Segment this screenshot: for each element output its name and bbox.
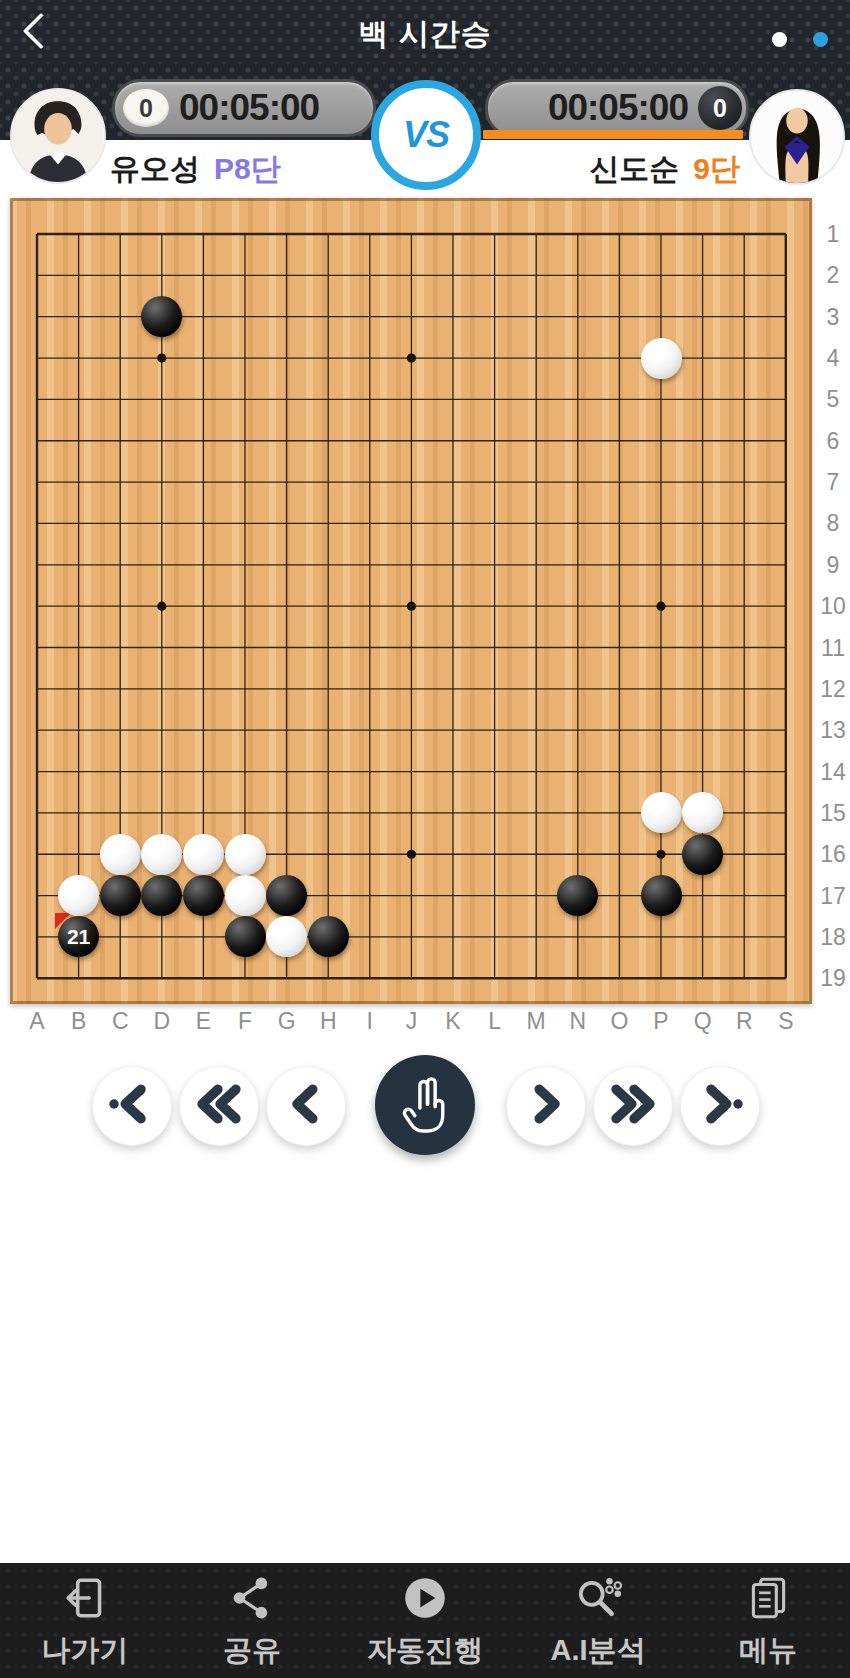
top-bar: 백 시간승 [0, 0, 850, 62]
col-label-B: B [71, 1008, 86, 1035]
row-label-8: 8 [827, 510, 840, 537]
stone-P17-black[interactable] [641, 875, 682, 916]
row-label-17: 17 [820, 882, 846, 909]
fast-backward-button[interactable] [179, 1066, 259, 1146]
bottom-toolbar: 나가기공유자동진행A.I분석메뉴 [0, 1563, 850, 1678]
page-dot-2[interactable] [813, 32, 828, 47]
game-result-title: 백 시간승 [0, 14, 850, 55]
stone-F17-white[interactable] [225, 875, 266, 916]
stone-P15-white[interactable] [641, 792, 682, 833]
chevron-right-icon [519, 1077, 573, 1135]
col-label-M: M [527, 1008, 546, 1035]
autoplay-button[interactable]: 자동진행 [365, 1573, 485, 1671]
left-clock-time: 00:05:00 [179, 87, 319, 129]
right-player-name: 신도순 [589, 149, 679, 190]
star-point-P16 [656, 850, 665, 859]
star-point-P10 [656, 602, 665, 611]
row-label-10: 10 [820, 593, 846, 620]
exit-icon [60, 1573, 110, 1627]
chevron-right-dot-icon [693, 1077, 747, 1135]
go-first-button[interactable] [92, 1066, 172, 1146]
stone-D16-white[interactable] [141, 834, 182, 875]
menu-icon [743, 1573, 793, 1627]
ai-analysis-button[interactable]: A.I분석 [538, 1573, 658, 1671]
left-player-name: 유오성 [110, 149, 200, 190]
col-label-K: K [445, 1008, 460, 1035]
autoplay-button-label: 자동진행 [367, 1631, 483, 1671]
share-button[interactable]: 공유 [192, 1573, 312, 1671]
row-label-13: 13 [820, 717, 846, 744]
go-board[interactable]: 21 [10, 198, 812, 1004]
star-point-J4 [407, 353, 416, 362]
col-label-Q: Q [694, 1008, 712, 1035]
left-player-name-row: 유오성 P8단 [110, 146, 281, 192]
page-indicator [772, 32, 828, 47]
ai-analysis-button-label: A.I분석 [550, 1631, 645, 1671]
stone-H18-black[interactable] [308, 916, 349, 957]
row-label-9: 9 [827, 551, 840, 578]
col-label-F: F [238, 1008, 252, 1035]
share-button-label: 공유 [223, 1631, 281, 1671]
right-clock-time: 00:05:00 [548, 87, 688, 129]
col-label-G: G [278, 1008, 296, 1035]
stone-B17-white[interactable] [58, 875, 99, 916]
row-label-3: 3 [827, 303, 840, 330]
stone-E17-black[interactable] [183, 875, 224, 916]
stone-P4-white[interactable] [641, 338, 682, 379]
stone-B18-black[interactable]: 21 [58, 916, 99, 957]
star-point-J16 [407, 850, 416, 859]
col-label-A: A [29, 1008, 44, 1035]
row-label-2: 2 [827, 262, 840, 289]
right-player-avatar[interactable] [749, 89, 845, 185]
row-label-19: 19 [820, 965, 846, 992]
row-label-12: 12 [820, 675, 846, 702]
col-label-J: J [406, 1008, 418, 1035]
right-player-name-row: 신도순 9단 [589, 146, 740, 192]
stone-G17-black[interactable] [266, 875, 307, 916]
right-player-rank: 9단 [693, 149, 740, 190]
menu-button-label: 메뉴 [739, 1631, 797, 1671]
man-portrait-icon [12, 90, 104, 182]
ai-analysis-icon [573, 1573, 623, 1627]
left-player-rank: P8단 [214, 149, 281, 190]
vs-label: VS [403, 114, 449, 156]
star-point-J10 [407, 602, 416, 611]
place-stone-button[interactable] [375, 1055, 475, 1155]
col-label-H: H [320, 1008, 337, 1035]
col-label-D: D [153, 1008, 170, 1035]
share-icon [227, 1573, 277, 1627]
move-navigation-bar [0, 1040, 850, 1170]
step-backward-button[interactable] [266, 1066, 346, 1146]
col-label-O: O [610, 1008, 628, 1035]
right-captures-badge: 0 [698, 86, 742, 130]
page-dot-1[interactable] [772, 32, 787, 47]
menu-button[interactable]: 메뉴 [708, 1573, 828, 1671]
col-label-S: S [778, 1008, 793, 1035]
stone-E16-white[interactable] [183, 834, 224, 875]
row-label-11: 11 [821, 634, 845, 661]
app-screen: 백 시간승 0 00:05:00 00:05:00 0 VS 유오성 P8단 신… [0, 0, 850, 1678]
autoplay-icon [400, 1573, 450, 1627]
woman-portrait-icon [751, 91, 843, 183]
row-label-4: 4 [827, 345, 840, 372]
hand-two-finger-icon [392, 1070, 458, 1140]
stone-Q16-black[interactable] [682, 834, 723, 875]
row-label-16: 16 [820, 841, 846, 868]
col-label-N: N [569, 1008, 586, 1035]
step-forward-button[interactable] [506, 1066, 586, 1146]
go-last-button[interactable] [680, 1066, 760, 1146]
last-move-number: 21 [58, 916, 99, 957]
col-label-P: P [653, 1008, 668, 1035]
left-player-clock: 0 00:05:00 [112, 79, 376, 137]
stone-C17-black[interactable] [100, 875, 141, 916]
row-label-18: 18 [820, 923, 846, 950]
stone-C16-white[interactable] [100, 834, 141, 875]
chevron-left-icon [279, 1077, 333, 1135]
row-label-5: 5 [827, 386, 840, 413]
left-captures-badge: 0 [123, 89, 169, 127]
col-label-I: I [367, 1008, 373, 1035]
row-label-15: 15 [820, 799, 846, 826]
row-label-7: 7 [827, 469, 840, 496]
chevron-double-right-icon [606, 1077, 660, 1135]
col-label-E: E [196, 1008, 211, 1035]
fast-forward-button[interactable] [593, 1066, 673, 1146]
exit-button-label: 나가기 [42, 1631, 129, 1671]
exit-button[interactable]: 나가기 [25, 1573, 145, 1671]
right-player-clock: 00:05:00 0 [485, 79, 749, 137]
col-label-L: L [488, 1008, 501, 1035]
row-label-6: 6 [827, 427, 840, 454]
row-label-1: 1 [827, 221, 840, 248]
stone-F18-black[interactable] [225, 916, 266, 957]
vs-badge: VS [371, 80, 481, 190]
stone-F16-white[interactable] [225, 834, 266, 875]
chevron-left-dot-icon [105, 1077, 159, 1135]
col-label-C: C [112, 1008, 129, 1035]
star-point-D4 [157, 353, 166, 362]
star-point-D10 [157, 602, 166, 611]
col-label-R: R [736, 1008, 753, 1035]
row-label-14: 14 [820, 758, 846, 785]
turn-indicator-bar [483, 130, 743, 139]
chevron-double-left-icon [192, 1077, 246, 1135]
left-player-avatar[interactable] [10, 88, 106, 184]
